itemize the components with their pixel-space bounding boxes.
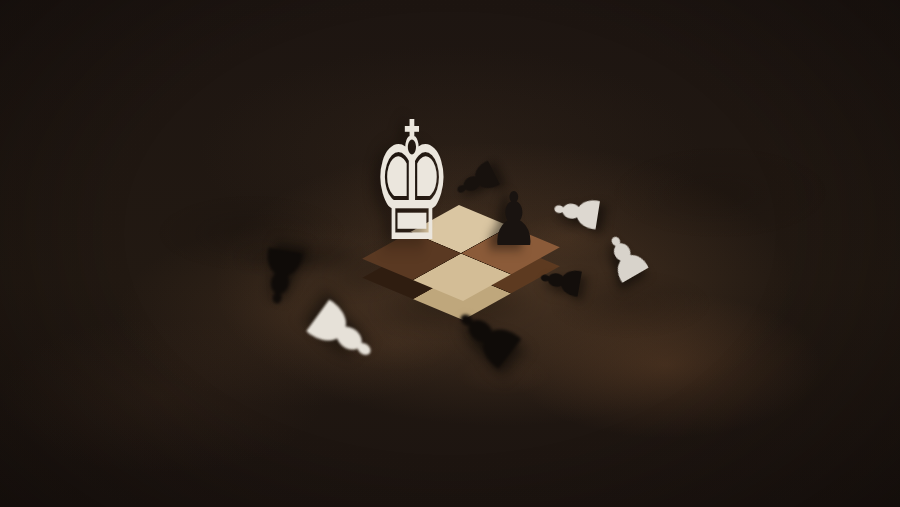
chess-scene: chess ♚♟♟♟♟♟♟♟♟	[0, 0, 900, 507]
white-king: ♚	[372, 101, 453, 265]
standing-black-pawn: ♟	[489, 182, 539, 256]
fallen-white-pawn-east-lower: ♟	[590, 220, 660, 295]
fallen-black-pawn-east: ♟	[532, 257, 592, 305]
fallen-black-pawn-south: ♟	[437, 288, 538, 384]
fallen-white-pawn-southwest: ♟	[289, 283, 395, 383]
